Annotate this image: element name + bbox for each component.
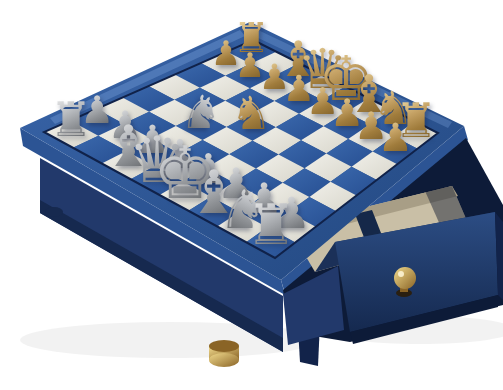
drawer-knob[interactable] [394, 267, 416, 289]
drawer-knob-highlight [398, 271, 404, 277]
piece-white-knight-d4[interactable]: ♞ [228, 90, 274, 136]
left-foot [45, 207, 63, 217]
chess-set-photo: ♜♟♝♟♛♟♚♟♝♟♟♞♟♞♞♜♜♟♟♟♟♝♟♛♟♚♟♝♟♞♟♜ [0, 0, 503, 390]
piece-black-rook-a8[interactable]: ♜ [47, 95, 95, 143]
piece-white-pawn-h2[interactable]: ♟ [376, 118, 415, 157]
brass-foot-top [209, 340, 239, 352]
brass-foot-base [209, 353, 239, 367]
piece-black-rook-h8[interactable]: ♜ [243, 197, 299, 253]
